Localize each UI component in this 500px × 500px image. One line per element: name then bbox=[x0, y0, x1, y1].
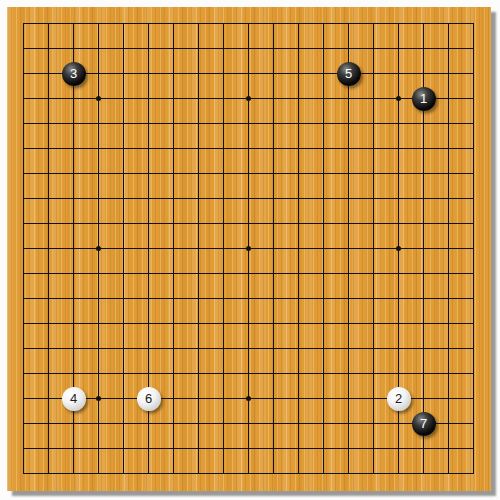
stone-black-R3[interactable]: 7 bbox=[412, 412, 436, 436]
move-number-label: 3 bbox=[70, 67, 77, 80]
go-board[interactable]: 1234567 bbox=[7, 7, 491, 491]
star-point bbox=[96, 246, 101, 251]
star-point bbox=[246, 246, 251, 251]
star-point bbox=[96, 396, 101, 401]
star-point bbox=[396, 246, 401, 251]
move-number-label: 4 bbox=[70, 392, 77, 405]
stone-white-F4[interactable]: 6 bbox=[137, 387, 161, 411]
star-point bbox=[246, 96, 251, 101]
stone-white-C4[interactable]: 4 bbox=[62, 387, 86, 411]
star-point bbox=[96, 96, 101, 101]
move-number-label: 1 bbox=[420, 92, 427, 105]
star-point bbox=[246, 396, 251, 401]
star-point bbox=[396, 96, 401, 101]
move-number-label: 6 bbox=[145, 392, 152, 405]
stone-black-O17[interactable]: 5 bbox=[337, 62, 361, 86]
move-number-label: 7 bbox=[420, 417, 427, 430]
stone-black-R16[interactable]: 1 bbox=[412, 87, 436, 111]
stone-white-Q4[interactable]: 2 bbox=[387, 387, 411, 411]
stone-black-C17[interactable]: 3 bbox=[62, 62, 86, 86]
move-number-label: 2 bbox=[395, 392, 402, 405]
page: 1234567 bbox=[0, 0, 500, 500]
move-number-label: 5 bbox=[345, 67, 352, 80]
